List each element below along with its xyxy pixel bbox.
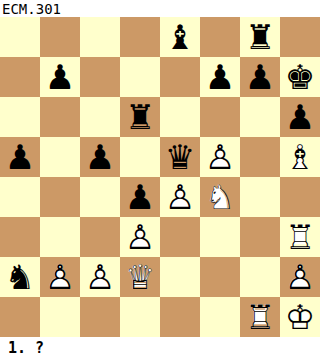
square-a7[interactable] — [0, 57, 40, 97]
square-g8[interactable]: ♜♜ — [240, 17, 280, 57]
white-bishop-outline: ♗ — [280, 137, 320, 177]
white-pawn-icon[interactable]: ♟♙ — [120, 217, 160, 257]
white-knight-outline: ♘ — [200, 177, 240, 217]
square-f7[interactable]: ♟♟ — [200, 57, 240, 97]
black-pawn-outline: ♟ — [120, 177, 160, 217]
square-a5[interactable]: ♟♟ — [0, 137, 40, 177]
black-pawn-icon[interactable]: ♟♟ — [200, 57, 240, 97]
black-king-outline: ♚ — [280, 57, 320, 97]
black-pawn-icon[interactable]: ♟♟ — [0, 137, 40, 177]
black-pawn-icon[interactable]: ♟♟ — [240, 57, 280, 97]
chess-board: ♝♝♜♜♟♟♟♟♟♟♚♚♜♜♟♟♟♟♟♟♛♛♟♙♝♗♟♟♟♙♞♘♟♙♜♖♞♞♟♙… — [0, 17, 320, 337]
square-h4[interactable] — [280, 177, 320, 217]
square-g4[interactable] — [240, 177, 280, 217]
black-queen-icon[interactable]: ♛♛ — [160, 137, 200, 177]
square-c4[interactable] — [80, 177, 120, 217]
square-f4[interactable]: ♞♘ — [200, 177, 240, 217]
white-queen-outline: ♕ — [120, 257, 160, 297]
square-e2[interactable] — [160, 257, 200, 297]
square-b1[interactable] — [40, 297, 80, 337]
square-b2[interactable]: ♟♙ — [40, 257, 80, 297]
square-e1[interactable] — [160, 297, 200, 337]
white-pawn-icon[interactable]: ♟♙ — [40, 257, 80, 297]
white-rook-icon[interactable]: ♜♖ — [240, 297, 280, 337]
square-d2[interactable]: ♛♕ — [120, 257, 160, 297]
black-pawn-icon[interactable]: ♟♟ — [40, 57, 80, 97]
black-pawn-icon[interactable]: ♟♟ — [280, 97, 320, 137]
square-f5[interactable]: ♟♙ — [200, 137, 240, 177]
black-pawn-icon[interactable]: ♟♟ — [80, 137, 120, 177]
square-c2[interactable]: ♟♙ — [80, 257, 120, 297]
white-rook-outline: ♖ — [240, 297, 280, 337]
black-pawn-outline: ♟ — [80, 137, 120, 177]
black-rook-outline: ♜ — [240, 17, 280, 57]
square-h2[interactable]: ♟♙ — [280, 257, 320, 297]
white-rook-outline: ♖ — [280, 217, 320, 257]
square-c3[interactable] — [80, 217, 120, 257]
black-pawn-outline: ♟ — [40, 57, 80, 97]
square-e7[interactable] — [160, 57, 200, 97]
square-e5[interactable]: ♛♛ — [160, 137, 200, 177]
square-b5[interactable] — [40, 137, 80, 177]
white-pawn-outline: ♙ — [200, 137, 240, 177]
black-knight-outline: ♞ — [0, 257, 40, 297]
black-bishop-outline: ♝ — [160, 17, 200, 57]
square-f6[interactable] — [200, 97, 240, 137]
square-g6[interactable] — [240, 97, 280, 137]
square-a2[interactable]: ♞♞ — [0, 257, 40, 297]
square-d1[interactable] — [120, 297, 160, 337]
square-f2[interactable] — [200, 257, 240, 297]
square-d8[interactable] — [120, 17, 160, 57]
square-c7[interactable] — [80, 57, 120, 97]
black-pawn-outline: ♟ — [200, 57, 240, 97]
square-d7[interactable] — [120, 57, 160, 97]
white-king-icon[interactable]: ♚♔ — [280, 297, 320, 337]
white-pawn-icon[interactable]: ♟♙ — [280, 257, 320, 297]
move-prompt-bar: 1. ? — [0, 337, 320, 360]
square-d5[interactable] — [120, 137, 160, 177]
square-h6[interactable]: ♟♟ — [280, 97, 320, 137]
black-rook-outline: ♜ — [120, 97, 160, 137]
square-b3[interactable] — [40, 217, 80, 257]
white-rook-icon[interactable]: ♜♖ — [280, 217, 320, 257]
square-d6[interactable]: ♜♜ — [120, 97, 160, 137]
white-pawn-icon[interactable]: ♟♙ — [80, 257, 120, 297]
square-b7[interactable]: ♟♟ — [40, 57, 80, 97]
square-h1[interactable]: ♚♔ — [280, 297, 320, 337]
square-c8[interactable] — [80, 17, 120, 57]
white-pawn-outline: ♙ — [40, 257, 80, 297]
chess-problem-app: ECM.301 ♝♝♜♜♟♟♟♟♟♟♚♚♜♜♟♟♟♟♟♟♛♛♟♙♝♗♟♟♟♙♞♘… — [0, 0, 320, 360]
square-h7[interactable]: ♚♚ — [280, 57, 320, 97]
title-bar: ECM.301 — [0, 0, 320, 17]
square-e4[interactable]: ♟♙ — [160, 177, 200, 217]
square-d3[interactable]: ♟♙ — [120, 217, 160, 257]
white-pawn-outline: ♙ — [280, 257, 320, 297]
page-title: ECM.301 — [2, 2, 61, 16]
square-f1[interactable] — [200, 297, 240, 337]
square-h8[interactable] — [280, 17, 320, 57]
square-h5[interactable]: ♝♗ — [280, 137, 320, 177]
move-prompt: 1. ? — [8, 341, 44, 356]
square-b6[interactable] — [40, 97, 80, 137]
square-c5[interactable]: ♟♟ — [80, 137, 120, 177]
square-a6[interactable] — [0, 97, 40, 137]
square-e8[interactable]: ♝♝ — [160, 17, 200, 57]
square-g7[interactable]: ♟♟ — [240, 57, 280, 97]
square-f8[interactable] — [200, 17, 240, 57]
white-pawn-outline: ♙ — [80, 257, 120, 297]
white-knight-icon[interactable]: ♞♘ — [200, 177, 240, 217]
black-rook-icon[interactable]: ♜♜ — [120, 97, 160, 137]
square-h3[interactable]: ♜♖ — [280, 217, 320, 257]
white-king-outline: ♔ — [280, 297, 320, 337]
white-bishop-icon[interactable]: ♝♗ — [280, 137, 320, 177]
square-g2[interactable] — [240, 257, 280, 297]
square-g1[interactable]: ♜♖ — [240, 297, 280, 337]
black-queen-outline: ♛ — [160, 137, 200, 177]
black-pawn-outline: ♟ — [240, 57, 280, 97]
square-a1[interactable] — [0, 297, 40, 337]
black-bishop-icon[interactable]: ♝♝ — [160, 17, 200, 57]
black-pawn-outline: ♟ — [0, 137, 40, 177]
black-knight-icon[interactable]: ♞♞ — [0, 257, 40, 297]
white-pawn-icon[interactable]: ♟♙ — [200, 137, 240, 177]
square-a8[interactable] — [0, 17, 40, 57]
white-pawn-icon[interactable]: ♟♙ — [160, 177, 200, 217]
square-c1[interactable] — [80, 297, 120, 337]
black-king-icon[interactable]: ♚♚ — [280, 57, 320, 97]
white-pawn-outline: ♙ — [120, 217, 160, 257]
black-rook-icon[interactable]: ♜♜ — [240, 17, 280, 57]
square-d4[interactable]: ♟♟ — [120, 177, 160, 217]
black-pawn-outline: ♟ — [280, 97, 320, 137]
white-queen-icon[interactable]: ♛♕ — [120, 257, 160, 297]
square-g3[interactable] — [240, 217, 280, 257]
square-e3[interactable] — [160, 217, 200, 257]
white-pawn-outline: ♙ — [160, 177, 200, 217]
square-a3[interactable] — [0, 217, 40, 257]
square-f3[interactable] — [200, 217, 240, 257]
square-e6[interactable] — [160, 97, 200, 137]
square-a4[interactable] — [0, 177, 40, 217]
square-c6[interactable] — [80, 97, 120, 137]
square-g5[interactable] — [240, 137, 280, 177]
square-b8[interactable] — [40, 17, 80, 57]
square-b4[interactable] — [40, 177, 80, 217]
black-pawn-icon[interactable]: ♟♟ — [120, 177, 160, 217]
